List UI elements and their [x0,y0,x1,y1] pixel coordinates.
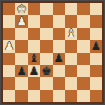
square-g4[interactable] [77,53,89,65]
square-b5[interactable] [15,40,27,52]
square-c6[interactable] [28,28,40,40]
square-h6[interactable] [90,28,102,40]
square-f2[interactable] [65,77,77,89]
chess-board[interactable]: ♚♟♝♟♟♝♟♟♟♚ [3,3,102,102]
square-h3[interactable] [90,65,102,77]
square-d8[interactable] [40,3,52,15]
square-c5[interactable] [28,40,40,52]
square-e4[interactable]: ♟ [53,53,65,65]
square-f4[interactable] [65,53,77,65]
square-b6[interactable] [15,28,27,40]
square-e8[interactable] [53,3,65,15]
square-f1[interactable] [65,90,77,102]
square-d5[interactable] [40,40,52,52]
square-e1[interactable] [53,90,65,102]
black-king-d3[interactable]: ♚ [41,65,51,76]
square-d2[interactable] [40,77,52,89]
square-b2[interactable] [15,77,27,89]
square-e2[interactable] [53,77,65,89]
square-c8[interactable] [28,3,40,15]
black-pawn-e4[interactable]: ♟ [54,53,64,64]
square-c7[interactable] [28,15,40,27]
square-e6[interactable] [53,28,65,40]
square-c2[interactable] [28,77,40,89]
white-pawn-b7[interactable]: ♟ [17,16,27,27]
square-c1[interactable] [28,90,40,102]
square-f5[interactable] [65,40,77,52]
black-pawn-b3[interactable]: ♟ [17,65,27,76]
square-e3[interactable] [53,65,65,77]
square-f3[interactable] [65,65,77,77]
square-b3[interactable]: ♟ [15,65,27,77]
board-outer-edge: ♚♟♝♟♟♝♟♟♟♚ [0,0,105,105]
square-a5[interactable]: ♟ [3,40,15,52]
square-h7[interactable] [90,15,102,27]
square-f6[interactable]: ♝ [65,28,77,40]
board-frame: ♚♟♝♟♟♝♟♟♟♚ [1,1,104,104]
square-c4[interactable]: ♝ [28,53,40,65]
square-g6[interactable] [77,28,89,40]
square-a4[interactable] [3,53,15,65]
square-a7[interactable] [3,15,15,27]
square-c3[interactable]: ♟ [28,65,40,77]
square-g2[interactable] [77,77,89,89]
square-h4[interactable] [90,53,102,65]
square-h1[interactable] [90,90,102,102]
white-king-b8[interactable]: ♚ [17,3,27,14]
square-h2[interactable] [90,77,102,89]
square-b8[interactable]: ♚ [15,3,27,15]
square-g8[interactable] [77,3,89,15]
square-a3[interactable] [3,65,15,77]
square-f8[interactable] [65,3,77,15]
square-g3[interactable] [77,65,89,77]
square-a1[interactable] [3,90,15,102]
square-d3[interactable]: ♚ [40,65,52,77]
black-pawn-h5[interactable]: ♟ [91,40,101,51]
square-g7[interactable] [77,15,89,27]
square-a6[interactable] [3,28,15,40]
square-e7[interactable] [53,15,65,27]
square-a8[interactable] [3,3,15,15]
square-b7[interactable]: ♟ [15,15,27,27]
square-d1[interactable] [40,90,52,102]
square-g1[interactable] [77,90,89,102]
square-b4[interactable] [15,53,27,65]
square-h8[interactable] [90,3,102,15]
black-bishop-c4[interactable]: ♝ [29,53,39,64]
white-bishop-f6[interactable]: ♝ [66,28,76,39]
black-pawn-c3[interactable]: ♟ [29,65,39,76]
square-h5[interactable]: ♟ [90,40,102,52]
square-a2[interactable] [3,77,15,89]
square-e5[interactable] [53,40,65,52]
square-g5[interactable] [77,40,89,52]
square-f7[interactable] [65,15,77,27]
square-d6[interactable] [40,28,52,40]
square-d4[interactable] [40,53,52,65]
white-pawn-a5[interactable]: ♟ [4,40,14,51]
square-d7[interactable] [40,15,52,27]
square-b1[interactable] [15,90,27,102]
